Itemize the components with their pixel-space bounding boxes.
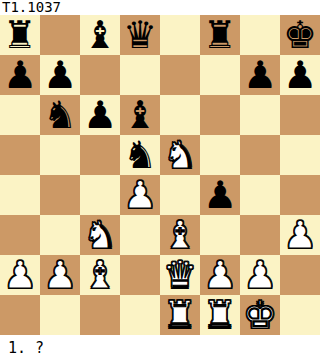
square-f8[interactable]: ♜ — [200, 15, 240, 55]
square-e2[interactable]: ♛ — [160, 255, 200, 295]
square-b3[interactable] — [40, 215, 80, 255]
puzzle-id-label: T1.1037 — [0, 0, 320, 15]
piece-white-knight: ♞ — [83, 215, 117, 255]
square-b1[interactable] — [40, 295, 80, 335]
square-a6[interactable] — [0, 95, 40, 135]
square-h3[interactable]: ♟ — [280, 215, 320, 255]
square-a1[interactable] — [0, 295, 40, 335]
square-f4[interactable]: ♟ — [200, 175, 240, 215]
square-h7[interactable]: ♟ — [280, 55, 320, 95]
piece-white-rook: ♜ — [163, 295, 197, 335]
square-e4[interactable] — [160, 175, 200, 215]
square-b5[interactable] — [40, 135, 80, 175]
piece-black-bishop: ♝ — [83, 15, 117, 55]
piece-black-queen: ♛ — [123, 15, 157, 55]
piece-black-pawn: ♟ — [83, 95, 117, 135]
piece-white-pawn: ♟ — [3, 255, 37, 295]
square-e8[interactable] — [160, 15, 200, 55]
square-e5[interactable]: ♞ — [160, 135, 200, 175]
piece-white-bishop: ♝ — [163, 215, 197, 255]
square-g1[interactable]: ♚ — [240, 295, 280, 335]
piece-black-king: ♚ — [283, 15, 317, 55]
square-g5[interactable] — [240, 135, 280, 175]
piece-black-rook: ♜ — [3, 15, 37, 55]
square-c5[interactable] — [80, 135, 120, 175]
piece-black-pawn: ♟ — [3, 55, 37, 95]
square-d7[interactable] — [120, 55, 160, 95]
square-a5[interactable] — [0, 135, 40, 175]
square-c7[interactable] — [80, 55, 120, 95]
square-b6[interactable]: ♞ — [40, 95, 80, 135]
square-d8[interactable]: ♛ — [120, 15, 160, 55]
square-c6[interactable]: ♟ — [80, 95, 120, 135]
piece-white-knight: ♞ — [163, 135, 197, 175]
square-f2[interactable]: ♟ — [200, 255, 240, 295]
chess-board: ♜♝♛♜♚♟♟♟♟♞♟♝♞♞♟♟♞♝♟♟♟♝♛♟♟♜♜♚ — [0, 15, 320, 335]
square-g8[interactable] — [240, 15, 280, 55]
square-h8[interactable]: ♚ — [280, 15, 320, 55]
move-prompt-label: 1. ? — [0, 335, 320, 357]
square-g6[interactable] — [240, 95, 280, 135]
square-d4[interactable]: ♟ — [120, 175, 160, 215]
piece-black-knight: ♞ — [123, 135, 157, 175]
square-e7[interactable] — [160, 55, 200, 95]
piece-black-rook: ♜ — [203, 15, 237, 55]
square-g3[interactable] — [240, 215, 280, 255]
square-h4[interactable] — [280, 175, 320, 215]
square-a3[interactable] — [0, 215, 40, 255]
square-f5[interactable] — [200, 135, 240, 175]
square-a2[interactable]: ♟ — [0, 255, 40, 295]
piece-white-rook: ♜ — [203, 295, 237, 335]
piece-black-bishop: ♝ — [123, 95, 157, 135]
square-d3[interactable] — [120, 215, 160, 255]
square-a7[interactable]: ♟ — [0, 55, 40, 95]
piece-white-pawn: ♟ — [203, 255, 237, 295]
square-d5[interactable]: ♞ — [120, 135, 160, 175]
square-d2[interactable] — [120, 255, 160, 295]
piece-white-queen: ♛ — [163, 255, 197, 295]
square-h5[interactable] — [280, 135, 320, 175]
piece-black-pawn: ♟ — [43, 55, 77, 95]
square-d1[interactable] — [120, 295, 160, 335]
square-h1[interactable] — [280, 295, 320, 335]
square-e6[interactable] — [160, 95, 200, 135]
square-c2[interactable]: ♝ — [80, 255, 120, 295]
piece-white-pawn: ♟ — [123, 175, 157, 215]
square-f7[interactable] — [200, 55, 240, 95]
square-c3[interactable]: ♞ — [80, 215, 120, 255]
square-b8[interactable] — [40, 15, 80, 55]
square-e3[interactable]: ♝ — [160, 215, 200, 255]
piece-black-knight: ♞ — [43, 95, 77, 135]
square-h6[interactable] — [280, 95, 320, 135]
piece-black-pawn: ♟ — [283, 55, 317, 95]
square-g7[interactable]: ♟ — [240, 55, 280, 95]
square-f1[interactable]: ♜ — [200, 295, 240, 335]
piece-white-pawn: ♟ — [43, 255, 77, 295]
square-f3[interactable] — [200, 215, 240, 255]
chess-puzzle-screen: T1.1037 ♜♝♛♜♚♟♟♟♟♞♟♝♞♞♟♟♞♝♟♟♟♝♛♟♟♜♜♚ 1. … — [0, 0, 320, 360]
square-d6[interactable]: ♝ — [120, 95, 160, 135]
square-b2[interactable]: ♟ — [40, 255, 80, 295]
square-c8[interactable]: ♝ — [80, 15, 120, 55]
piece-white-pawn: ♟ — [283, 215, 317, 255]
piece-white-pawn: ♟ — [243, 255, 277, 295]
piece-white-king: ♚ — [243, 295, 277, 335]
square-g4[interactable] — [240, 175, 280, 215]
piece-black-pawn: ♟ — [243, 55, 277, 95]
square-f6[interactable] — [200, 95, 240, 135]
square-e1[interactable]: ♜ — [160, 295, 200, 335]
square-g2[interactable]: ♟ — [240, 255, 280, 295]
square-b7[interactable]: ♟ — [40, 55, 80, 95]
square-a8[interactable]: ♜ — [0, 15, 40, 55]
square-h2[interactable] — [280, 255, 320, 295]
square-b4[interactable] — [40, 175, 80, 215]
square-c1[interactable] — [80, 295, 120, 335]
piece-white-bishop: ♝ — [83, 255, 117, 295]
square-c4[interactable] — [80, 175, 120, 215]
square-a4[interactable] — [0, 175, 40, 215]
piece-black-pawn: ♟ — [203, 175, 237, 215]
